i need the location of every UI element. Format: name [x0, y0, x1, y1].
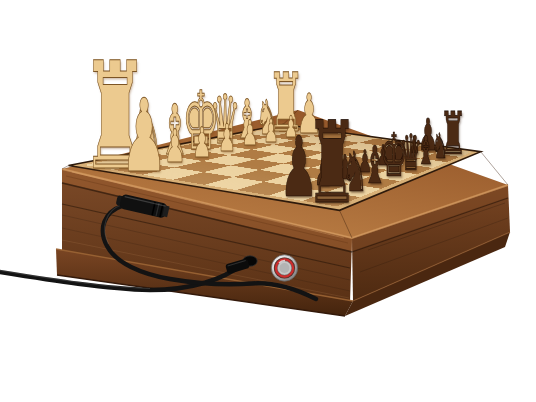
product-photo-scene: ♜♞♝♛♚♝♞♜♟♟♟♟♟♟♟♟♟♟♟♟♟♟♟♟♜♞♝♛♚♝♞♜ [0, 0, 536, 402]
power-button[interactable] [271, 255, 297, 281]
chess-box-render [0, 0, 536, 402]
